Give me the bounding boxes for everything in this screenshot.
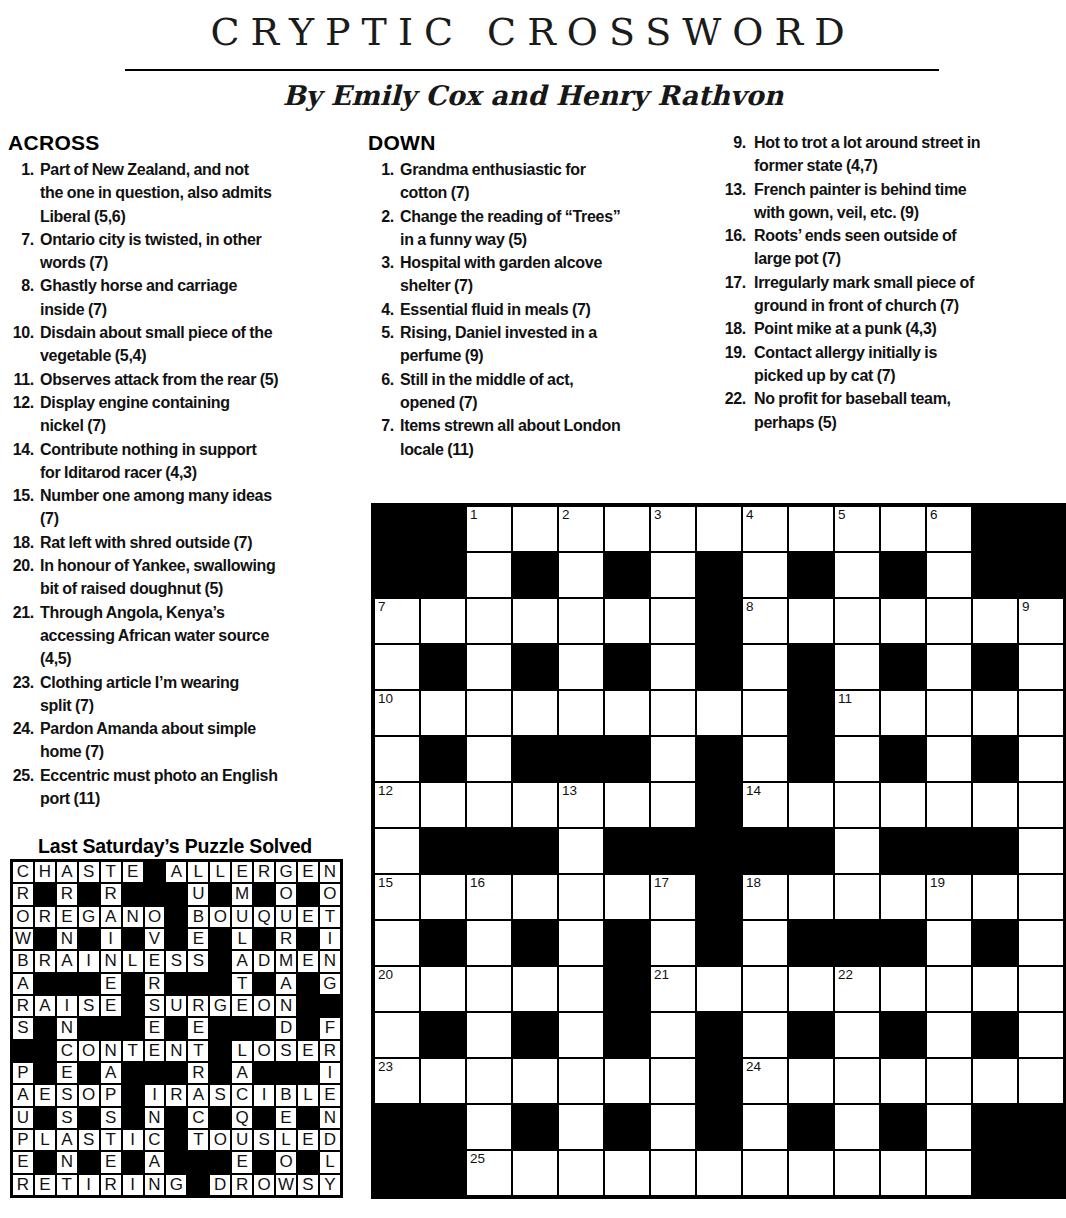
main-cell-r5c1[interactable]: 10	[374, 690, 420, 736]
clue-number: 24.	[8, 717, 40, 764]
solved-cell-r6c4	[78, 973, 100, 995]
solved-cell-r15c3: T	[56, 1174, 78, 1196]
main-cell-r3c12[interactable]	[880, 598, 926, 644]
down-clue-9: 9.Hot to trot a lot around street in for…	[712, 131, 1064, 178]
main-cell-r5c6[interactable]	[604, 690, 650, 736]
main-cell-r8c4	[512, 828, 558, 874]
solved-cell-r11c4: O	[78, 1084, 100, 1106]
solved-cell-r14c9	[187, 1151, 209, 1173]
solved-cell-r12c15: N	[319, 1107, 341, 1129]
main-cell-r4c1[interactable]	[374, 644, 420, 690]
main-cell-r10c11	[834, 920, 880, 966]
down-clue-19: 19.Contact allergy initially is picked u…	[712, 341, 1064, 388]
clue-text: In honour of Yankee, swallowing bit of r…	[40, 554, 344, 601]
solved-cell-r10c13	[275, 1062, 297, 1084]
main-cell-r11c10[interactable]	[788, 966, 834, 1012]
across-clue-10: 10.Disdain about small piece of the vege…	[8, 321, 344, 368]
main-cell-r4c3[interactable]	[466, 644, 512, 690]
clue-number: 11.	[8, 368, 40, 391]
solved-cell-r1c13: G	[275, 861, 297, 883]
main-cell-r12c1[interactable]	[374, 1012, 420, 1058]
main-cell-r5c9[interactable]	[742, 690, 788, 736]
main-cell-r8c2	[420, 828, 466, 874]
solved-cell-r13c3: A	[56, 1129, 78, 1151]
clue-text: Eccentric must photo an English port (11…	[40, 764, 344, 811]
solved-cell-r2c14	[297, 883, 319, 905]
main-cell-r12c9[interactable]	[742, 1012, 788, 1058]
across-clue-24: 24.Pardon Amanda about simple home (7)	[8, 717, 344, 764]
main-cell-r1c3[interactable]: 1	[466, 506, 512, 552]
solved-cell-r15c12: O	[253, 1174, 275, 1196]
main-cell-r3c14[interactable]	[972, 598, 1018, 644]
main-cell-r8c13	[926, 828, 972, 874]
solved-puzzle-title: Last Saturday’s Puzzle Solved	[10, 835, 340, 858]
across-clue-21: 21.Through Angola, Kenya’s accessing Afr…	[8, 601, 344, 671]
main-cell-r11c8[interactable]	[696, 966, 742, 1012]
main-cell-r11c6	[604, 966, 650, 1012]
clue-number: 9.	[712, 131, 754, 178]
main-cell-r9c2[interactable]	[420, 874, 466, 920]
main-cell-r7c2[interactable]	[420, 782, 466, 828]
solved-cell-r10c11: A	[231, 1062, 253, 1084]
clue-text: Number one among many ideas (7)	[40, 484, 344, 531]
main-cell-r3c5[interactable]	[558, 598, 604, 644]
main-cell-r2c14	[972, 552, 1018, 598]
main-cell-r6c11[interactable]	[834, 736, 880, 782]
clue-text: Disdain about small piece of the vegetab…	[40, 321, 344, 368]
solved-cell-r15c14: S	[297, 1174, 319, 1196]
main-cell-r4c14	[972, 644, 1018, 690]
main-cell-r13c15[interactable]	[1018, 1058, 1064, 1104]
main-cell-r12c13[interactable]	[926, 1012, 972, 1058]
main-cell-r4c11[interactable]	[834, 644, 880, 690]
main-cell-r11c15[interactable]	[1018, 966, 1064, 1012]
main-cell-r14c6	[604, 1104, 650, 1150]
solved-cell-r8c14	[297, 1017, 319, 1039]
solved-cell-r5c6: L	[122, 950, 144, 972]
clue-text: Roots’ ends seen outside of large pot (7…	[754, 224, 1064, 271]
main-cell-r2c2	[420, 552, 466, 598]
solved-cell-r9c4: O	[78, 1040, 100, 1062]
main-cell-r5c15[interactable]	[1018, 690, 1064, 736]
solved-cell-r3c1: O	[12, 906, 34, 928]
main-cell-r1c6[interactable]	[604, 506, 650, 552]
main-cell-r8c1[interactable]	[374, 828, 420, 874]
main-cell-r12c7[interactable]	[650, 1012, 696, 1058]
main-cell-r1c12[interactable]	[880, 506, 926, 552]
main-cell-r6c9[interactable]	[742, 736, 788, 782]
main-cell-r6c3[interactable]	[466, 736, 512, 782]
main-cell-r1c4[interactable]	[512, 506, 558, 552]
main-cell-r9c9[interactable]: 18	[742, 874, 788, 920]
main-cell-r11c5[interactable]	[558, 966, 604, 1012]
main-cell-r9c4[interactable]	[512, 874, 558, 920]
solved-cell-r12c8	[165, 1107, 187, 1129]
down-clues-continued-column: 9.Hot to trot a lot around street in for…	[712, 131, 1064, 434]
main-cell-r2c5[interactable]	[558, 552, 604, 598]
main-cell-r3c4[interactable]	[512, 598, 558, 644]
solved-cell-r15c8: G	[165, 1174, 187, 1196]
main-cell-r10c13[interactable]	[926, 920, 972, 966]
solved-cell-r10c8	[165, 1062, 187, 1084]
main-cell-r5c13[interactable]	[926, 690, 972, 736]
solved-cell-r10c3: E	[56, 1062, 78, 1084]
solved-cell-r13c7: C	[144, 1129, 166, 1151]
solved-cell-r15c4: I	[78, 1174, 100, 1196]
main-cell-r14c10	[788, 1104, 834, 1150]
main-cell-r13c12[interactable]	[880, 1058, 926, 1104]
clue-number: 4.	[368, 298, 400, 321]
main-cell-r4c9[interactable]	[742, 644, 788, 690]
main-cell-r7c3[interactable]	[466, 782, 512, 828]
main-cell-r11c4[interactable]	[512, 966, 558, 1012]
clue-text: Observes attack from the rear (5)	[40, 368, 344, 391]
main-cell-r3c9[interactable]: 8	[742, 598, 788, 644]
solved-cell-r9c3: C	[56, 1040, 78, 1062]
main-cell-r6c8	[696, 736, 742, 782]
solved-cell-r6c5: E	[100, 973, 122, 995]
solved-cell-r8c2	[34, 1017, 56, 1039]
main-cell-r3c10[interactable]	[788, 598, 834, 644]
main-cell-r8c12	[880, 828, 926, 874]
solved-cell-r9c1	[12, 1040, 34, 1062]
solved-cell-r2c3: R	[56, 883, 78, 905]
main-cell-r14c12	[880, 1104, 926, 1150]
solved-cell-r15c11: R	[231, 1174, 253, 1196]
across-clue-25: 25.Eccentric must photo an English port …	[8, 764, 344, 811]
main-cell-r13c8	[696, 1058, 742, 1104]
main-cell-r2c1	[374, 552, 420, 598]
clue-text: Grandma enthusiastic for cotton (7)	[400, 158, 702, 205]
main-cell-r5c4[interactable]	[512, 690, 558, 736]
down-clue-7: 7.Items strewn all about London locale (…	[368, 414, 702, 461]
solved-cell-r14c5: E	[100, 1151, 122, 1173]
main-cell-r1c9[interactable]: 4	[742, 506, 788, 552]
main-cell-r7c7[interactable]	[650, 782, 696, 828]
solved-cell-r10c5: A	[100, 1062, 122, 1084]
main-cell-r10c7[interactable]	[650, 920, 696, 966]
main-cell-r13c9[interactable]: 24	[742, 1058, 788, 1104]
main-cell-r7c10[interactable]	[788, 782, 834, 828]
grid-number-21: 21	[654, 967, 669, 983]
solved-cell-r4c14	[297, 928, 319, 950]
main-cell-r13c7[interactable]	[650, 1058, 696, 1104]
solved-cell-r10c4	[78, 1062, 100, 1084]
clue-number: 19.	[712, 341, 754, 388]
main-cell-r2c3[interactable]	[466, 552, 512, 598]
main-cell-r13c14[interactable]	[972, 1058, 1018, 1104]
solved-cell-r11c1: A	[12, 1084, 34, 1106]
main-cell-r8c11[interactable]	[834, 828, 880, 874]
main-cell-r13c3[interactable]	[466, 1058, 512, 1104]
main-cell-r3c1[interactable]: 7	[374, 598, 420, 644]
main-cell-r1c11[interactable]: 5	[834, 506, 880, 552]
main-cell-r12c14	[972, 1012, 1018, 1058]
solved-cell-r15c13: W	[275, 1174, 297, 1196]
solved-cell-r3c10: O	[209, 906, 231, 928]
main-cell-r2c7[interactable]	[650, 552, 696, 598]
main-cell-r2c9[interactable]	[742, 552, 788, 598]
solved-cell-r3c7: O	[144, 906, 166, 928]
solved-cell-r15c5: R	[100, 1174, 122, 1196]
main-cell-r3c3[interactable]	[466, 598, 512, 644]
solved-cell-r13c8	[165, 1129, 187, 1151]
main-cell-r9c15[interactable]	[1018, 874, 1064, 920]
main-cell-r7c11[interactable]	[834, 782, 880, 828]
solved-cell-r15c9	[187, 1174, 209, 1196]
main-cell-r9c6[interactable]	[604, 874, 650, 920]
main-cell-r12c5[interactable]	[558, 1012, 604, 1058]
main-cell-r5c11[interactable]: 11	[834, 690, 880, 736]
main-cell-r9c1[interactable]: 15	[374, 874, 420, 920]
main-cell-r14c5[interactable]	[558, 1104, 604, 1150]
main-cell-r3c7[interactable]	[650, 598, 696, 644]
grid-number-6: 6	[930, 507, 938, 523]
main-cell-r6c7[interactable]	[650, 736, 696, 782]
main-cell-r4c13[interactable]	[926, 644, 972, 690]
solved-cell-r14c10	[209, 1151, 231, 1173]
solved-cell-r1c2: H	[34, 861, 56, 883]
solved-cell-r1c7	[144, 861, 166, 883]
main-cell-r11c9[interactable]	[742, 966, 788, 1012]
main-cell-r7c15[interactable]	[1018, 782, 1064, 828]
main-cell-r14c13[interactable]	[926, 1104, 972, 1150]
main-cell-r13c13[interactable]	[926, 1058, 972, 1104]
clue-number: 10.	[8, 321, 40, 368]
solved-cell-r9c7: E	[144, 1040, 166, 1062]
main-cell-r15c11[interactable]	[834, 1150, 880, 1196]
main-cell-r13c5[interactable]	[558, 1058, 604, 1104]
main-cell-r13c10[interactable]	[788, 1058, 834, 1104]
solved-cell-r8c15: F	[319, 1017, 341, 1039]
main-cell-r12c15[interactable]	[1018, 1012, 1064, 1058]
solved-cell-r6c11: T	[231, 973, 253, 995]
solved-cell-r6c9	[187, 973, 209, 995]
solved-cell-r5c3: A	[56, 950, 78, 972]
solved-cell-r14c11: E	[231, 1151, 253, 1173]
solved-cell-r3c5: A	[100, 906, 122, 928]
solved-cell-r4c4	[78, 928, 100, 950]
clue-number: 23.	[8, 671, 40, 718]
main-cell-r3c6[interactable]	[604, 598, 650, 644]
solved-cell-r13c13: L	[275, 1129, 297, 1151]
solved-cell-r2c8	[165, 883, 187, 905]
solved-cell-r11c3: S	[56, 1084, 78, 1106]
main-cell-r5c5[interactable]	[558, 690, 604, 736]
main-cell-r12c11[interactable]	[834, 1012, 880, 1058]
main-cell-r8c15[interactable]	[1018, 828, 1064, 874]
grid-number-17: 17	[654, 875, 669, 891]
main-cell-r11c13[interactable]	[926, 966, 972, 1012]
main-cell-r10c9[interactable]	[742, 920, 788, 966]
main-cell-r3c2[interactable]	[420, 598, 466, 644]
main-cell-r15c6[interactable]	[604, 1150, 650, 1196]
solved-cell-r7c13: N	[275, 995, 297, 1017]
main-cell-r6c13[interactable]	[926, 736, 972, 782]
clue-text: Items strewn all about London locale (11…	[400, 414, 702, 461]
main-cell-r2c11[interactable]	[834, 552, 880, 598]
solved-cell-r9c13: S	[275, 1040, 297, 1062]
main-cell-r1c14	[972, 506, 1018, 552]
main-cell-r14c1	[374, 1104, 420, 1150]
main-cell-r12c8	[696, 1012, 742, 1058]
main-cell-r1c10[interactable]	[788, 506, 834, 552]
solved-cell-r11c14: L	[297, 1084, 319, 1106]
main-cell-r5c2[interactable]	[420, 690, 466, 736]
solved-cell-r9c15: R	[319, 1040, 341, 1062]
main-cell-r7c14[interactable]	[972, 782, 1018, 828]
main-cell-r13c6[interactable]	[604, 1058, 650, 1104]
main-cell-r15c4[interactable]	[512, 1150, 558, 1196]
main-cell-r1c7[interactable]: 3	[650, 506, 696, 552]
main-cell-r13c1[interactable]: 23	[374, 1058, 420, 1104]
solved-cell-r6c1: A	[12, 973, 34, 995]
main-cell-r9c5[interactable]	[558, 874, 604, 920]
main-cell-r15c9[interactable]	[742, 1150, 788, 1196]
main-cell-r9c7[interactable]: 17	[650, 874, 696, 920]
solved-cell-r2c7	[144, 883, 166, 905]
main-cell-r15c8[interactable]	[696, 1150, 742, 1196]
main-cell-r13c4[interactable]	[512, 1058, 558, 1104]
main-cell-r3c11[interactable]	[834, 598, 880, 644]
main-cell-r7c12[interactable]	[880, 782, 926, 828]
main-cell-r15c5[interactable]	[558, 1150, 604, 1196]
main-cell-r5c3[interactable]	[466, 690, 512, 736]
solved-cell-r9c9: T	[187, 1040, 209, 1062]
main-cell-r6c1[interactable]	[374, 736, 420, 782]
main-cell-r8c5[interactable]	[558, 828, 604, 874]
solved-cell-r14c2	[34, 1151, 56, 1173]
clue-number: 2.	[368, 205, 400, 252]
main-cell-r7c5[interactable]: 13	[558, 782, 604, 828]
solved-cell-r13c10: O	[209, 1129, 231, 1151]
main-cell-r4c5[interactable]	[558, 644, 604, 690]
solved-cell-r13c2: L	[34, 1129, 56, 1151]
main-cell-r14c3[interactable]	[466, 1104, 512, 1150]
solved-cell-r1c1: C	[12, 861, 34, 883]
clue-number: 1.	[368, 158, 400, 205]
grid-number-25: 25	[470, 1151, 485, 1167]
main-cell-r4c7[interactable]	[650, 644, 696, 690]
main-cell-r1c13[interactable]: 6	[926, 506, 972, 552]
main-cell-r9c11[interactable]	[834, 874, 880, 920]
main-cell-r11c7[interactable]: 21	[650, 966, 696, 1012]
solved-cell-r4c12	[253, 928, 275, 950]
main-cell-r5c14[interactable]	[972, 690, 1018, 736]
main-cell-r14c7[interactable]	[650, 1104, 696, 1150]
main-cell-r5c12[interactable]	[880, 690, 926, 736]
solved-cell-r4c5: I	[100, 928, 122, 950]
main-cell-r4c15[interactable]	[1018, 644, 1064, 690]
main-cell-r10c15[interactable]	[1018, 920, 1064, 966]
main-cell-r4c4	[512, 644, 558, 690]
solved-cell-r9c6: T	[122, 1040, 144, 1062]
solved-cell-r7c12: O	[253, 995, 275, 1017]
main-cell-r9c10[interactable]	[788, 874, 834, 920]
main-cell-r6c14	[972, 736, 1018, 782]
down-clue-17: 17.Irregularly mark small piece of groun…	[712, 271, 1064, 318]
main-cell-r7c13[interactable]	[926, 782, 972, 828]
solved-cell-r4c10	[209, 928, 231, 950]
main-cell-r15c10[interactable]	[788, 1150, 834, 1196]
main-cell-r2c13[interactable]	[926, 552, 972, 598]
clue-number: 17.	[712, 271, 754, 318]
main-cell-r9c14[interactable]	[972, 874, 1018, 920]
main-cell-r3c8	[696, 598, 742, 644]
main-cell-r15c7[interactable]	[650, 1150, 696, 1196]
main-cell-r13c2[interactable]	[420, 1058, 466, 1104]
main-cell-r14c9[interactable]	[742, 1104, 788, 1150]
main-cell-r11c12[interactable]	[880, 966, 926, 1012]
solved-cell-r7c10: G	[209, 995, 231, 1017]
main-cell-r15c3[interactable]: 25	[466, 1150, 512, 1196]
main-cell-r11c1[interactable]: 20	[374, 966, 420, 1012]
main-cell-r14c11[interactable]	[834, 1104, 880, 1150]
main-cell-r5c8[interactable]	[696, 690, 742, 736]
clue-number: 14.	[8, 438, 40, 485]
solved-cell-r10c6	[122, 1062, 144, 1084]
main-cell-r12c3[interactable]	[466, 1012, 512, 1058]
solved-cell-r2c5: R	[100, 883, 122, 905]
main-cell-r6c5	[558, 736, 604, 782]
clue-text: Part of New Zealand, and not the one in …	[40, 158, 344, 228]
crossword-page: CRYPTIC CROSSWORD By Emily Cox and Henry…	[0, 0, 1066, 1218]
main-cell-r12c12	[880, 1012, 926, 1058]
solved-cell-r14c15: L	[319, 1151, 341, 1173]
solved-cell-r6c7: R	[144, 973, 166, 995]
grid-number-15: 15	[378, 875, 393, 891]
main-cell-r10c1[interactable]	[374, 920, 420, 966]
main-cell-r10c3[interactable]	[466, 920, 512, 966]
down-clue-3: 3.Hospital with garden alcove shelter (7…	[368, 251, 702, 298]
main-cell-r1c5[interactable]: 2	[558, 506, 604, 552]
main-grid: 1234567891011121314151617181920212223242…	[371, 503, 1066, 1199]
main-cell-r15c13[interactable]	[926, 1150, 972, 1196]
main-cell-r5c7[interactable]	[650, 690, 696, 736]
main-cell-r13c11[interactable]	[834, 1058, 880, 1104]
across-clue-14: 14.Contribute nothing in support for Idi…	[8, 438, 344, 485]
main-cell-r6c15[interactable]	[1018, 736, 1064, 782]
solved-cell-r14c12	[253, 1151, 275, 1173]
main-cell-r11c3[interactable]	[466, 966, 512, 1012]
main-cell-r3c15[interactable]: 9	[1018, 598, 1064, 644]
clue-number: 3.	[368, 251, 400, 298]
solved-cell-r7c5: E	[100, 995, 122, 1017]
main-cell-r10c5[interactable]	[558, 920, 604, 966]
main-cell-r9c3[interactable]: 16	[466, 874, 512, 920]
main-cell-r15c12[interactable]	[880, 1150, 926, 1196]
main-cell-r7c9[interactable]: 14	[742, 782, 788, 828]
down-clue-4: 4.Essential fluid in meals (7)	[368, 298, 702, 321]
grid-number-7: 7	[378, 599, 386, 615]
main-cell-r11c2[interactable]	[420, 966, 466, 1012]
main-cell-r3c13[interactable]	[926, 598, 972, 644]
solved-cell-r8c11	[231, 1017, 253, 1039]
solved-cell-r5c9: S	[187, 950, 209, 972]
main-cell-r6c12	[880, 736, 926, 782]
main-cell-r7c4[interactable]	[512, 782, 558, 828]
main-cell-r9c12[interactable]	[880, 874, 926, 920]
clue-text: Change the reading of “Trees” in a funny…	[400, 205, 702, 252]
main-cell-r7c6[interactable]	[604, 782, 650, 828]
main-cell-r10c10	[788, 920, 834, 966]
main-cell-r11c14[interactable]	[972, 966, 1018, 1012]
solved-cell-r11c13: B	[275, 1084, 297, 1106]
main-cell-r1c8[interactable]	[696, 506, 742, 552]
main-cell-r7c1[interactable]: 12	[374, 782, 420, 828]
main-cell-r9c13[interactable]: 19	[926, 874, 972, 920]
main-cell-r11c11[interactable]: 22	[834, 966, 880, 1012]
